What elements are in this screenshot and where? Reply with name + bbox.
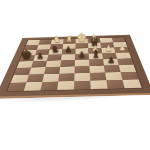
board-3d-wrapper: ♞♜♚♝♛♞♟♟♟♟♚♟♟♝♟ bbox=[8, 0, 141, 127]
white-rook[interactable]: ♜ bbox=[66, 35, 73, 43]
black-pawn[interactable]: ♟ bbox=[107, 57, 115, 66]
square-a8[interactable] bbox=[7, 82, 26, 91]
square-f4[interactable]: ♝ bbox=[89, 53, 103, 59]
white-king[interactable]: ♚ bbox=[76, 31, 87, 43]
white-pawn[interactable]: ♟ bbox=[105, 45, 112, 53]
white-pawn[interactable]: ♟ bbox=[119, 45, 126, 53]
square-a5[interactable] bbox=[17, 61, 33, 68]
square-b5[interactable] bbox=[31, 61, 47, 68]
black-pawn[interactable]: ♟ bbox=[65, 46, 72, 54]
chess-board: ♞♜♚♝♛♞♟♟♟♟♚♟♟♝♟ bbox=[0, 35, 150, 97]
photo-background: ♞♜♚♝♛♞♟♟♟♟♚♟♟♝♟ bbox=[0, 0, 150, 150]
square-h8[interactable] bbox=[122, 79, 141, 88]
square-c8[interactable] bbox=[40, 82, 58, 91]
black-knight[interactable]: ♞ bbox=[51, 45, 60, 55]
square-c5[interactable] bbox=[46, 60, 61, 67]
square-e8[interactable] bbox=[74, 81, 91, 90]
square-c3[interactable]: ♞ bbox=[48, 49, 62, 55]
black-pawn[interactable]: ♟ bbox=[78, 51, 85, 59]
square-f6[interactable] bbox=[89, 66, 105, 73]
square-f8[interactable] bbox=[90, 80, 107, 89]
square-d5[interactable] bbox=[60, 60, 75, 67]
black-pawn[interactable]: ♟ bbox=[36, 53, 43, 61]
square-e1[interactable]: ♚ bbox=[76, 39, 88, 44]
white-knight[interactable]: ♞ bbox=[53, 35, 61, 44]
board-grid: ♞♜♚♝♛♞♟♟♟♟♚♟♟♝♟ bbox=[7, 37, 141, 91]
square-d8[interactable] bbox=[57, 81, 74, 90]
square-g8[interactable] bbox=[106, 80, 124, 89]
black-bishop[interactable]: ♝ bbox=[91, 48, 101, 59]
black-king[interactable]: ♚ bbox=[20, 48, 32, 61]
